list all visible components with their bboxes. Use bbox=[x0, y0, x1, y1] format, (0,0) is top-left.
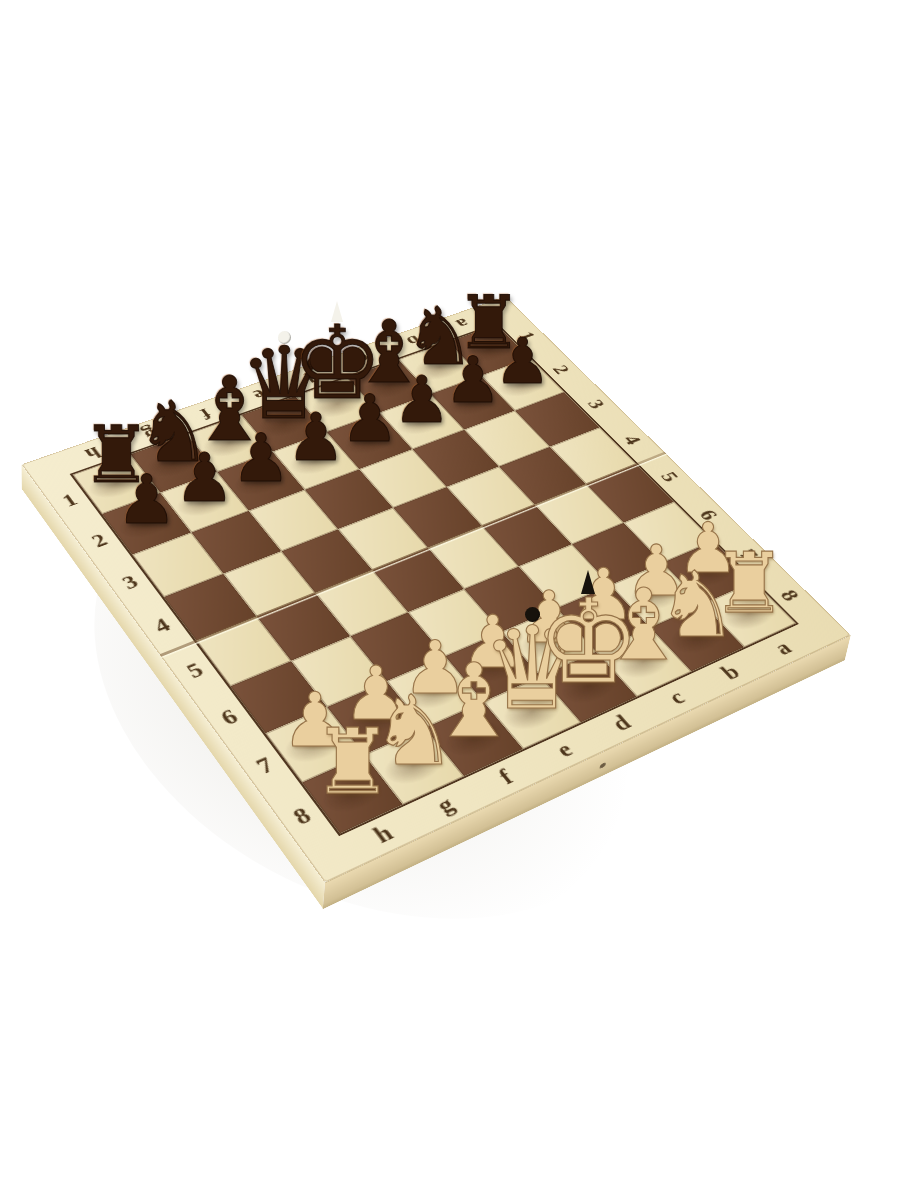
clasp-pin bbox=[599, 762, 606, 769]
king-finial-spike bbox=[581, 570, 595, 594]
king-finial-spike bbox=[331, 301, 343, 322]
queen-finial-ball bbox=[278, 331, 291, 344]
piece-glyph: ♜ bbox=[712, 543, 787, 625]
product-photo: 1122334455667788hhggffeeddccbbaa ♜♞♝♛♚♝♞… bbox=[0, 0, 900, 1200]
piece-dark-pawn-a2[interactable]: ♟ bbox=[481, 310, 564, 393]
piece-glyph: ♟ bbox=[494, 331, 551, 393]
piece-light-rook-a8[interactable]: ♜ bbox=[703, 513, 796, 625]
